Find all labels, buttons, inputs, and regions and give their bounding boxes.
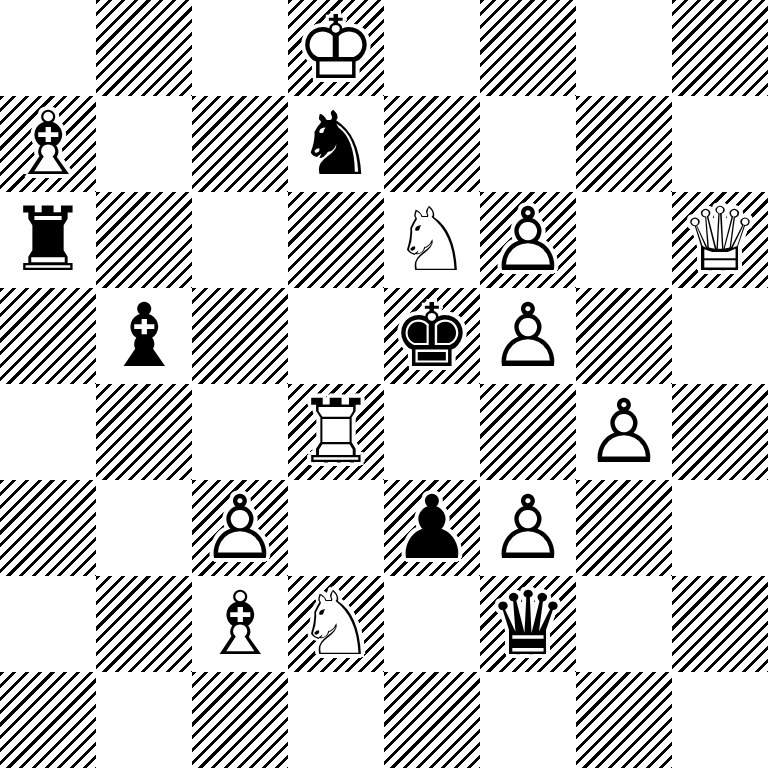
square-h8[interactable] bbox=[672, 0, 768, 96]
square-d6[interactable] bbox=[288, 192, 384, 288]
square-e3[interactable]: ♟♟ bbox=[384, 480, 480, 576]
square-f6[interactable]: ♟♙ bbox=[480, 192, 576, 288]
white-bishop-icon: ♗ bbox=[201, 576, 280, 672]
square-a8[interactable] bbox=[0, 0, 96, 96]
square-h3[interactable] bbox=[672, 480, 768, 576]
square-h4[interactable] bbox=[672, 384, 768, 480]
square-b5[interactable]: ♝♝ bbox=[96, 288, 192, 384]
square-f5[interactable]: ♟♙ bbox=[480, 288, 576, 384]
square-d7[interactable]: ♞♞ bbox=[288, 96, 384, 192]
square-b6[interactable] bbox=[96, 192, 192, 288]
square-f1[interactable] bbox=[480, 672, 576, 768]
black-king-e5: ♚♚ bbox=[384, 288, 480, 384]
square-d2[interactable]: ♞♘ bbox=[288, 576, 384, 672]
square-g5[interactable] bbox=[576, 288, 672, 384]
black-rook-icon: ♜ bbox=[9, 192, 88, 288]
square-g8[interactable] bbox=[576, 0, 672, 96]
square-e7[interactable] bbox=[384, 96, 480, 192]
square-a3[interactable] bbox=[0, 480, 96, 576]
square-g4[interactable]: ♟♙ bbox=[576, 384, 672, 480]
black-queen-f2: ♛♛ bbox=[480, 576, 576, 672]
square-b3[interactable] bbox=[96, 480, 192, 576]
white-queen-icon: ♕ bbox=[681, 192, 760, 288]
square-f7[interactable] bbox=[480, 96, 576, 192]
white-pawn-f6: ♟♙ bbox=[480, 192, 576, 288]
square-c7[interactable] bbox=[192, 96, 288, 192]
chess-board: ♚♔♝♗♞♞♜♜♞♘♟♙♛♕♝♝♚♚♟♙♜♖♟♙♟♙♟♟♟♙♝♗♞♘♛♛ bbox=[0, 0, 768, 768]
white-knight-e6: ♞♘ bbox=[384, 192, 480, 288]
black-bishop-icon: ♝ bbox=[105, 288, 184, 384]
square-d1[interactable] bbox=[288, 672, 384, 768]
white-knight-icon: ♘ bbox=[297, 576, 376, 672]
square-f2[interactable]: ♛♛ bbox=[480, 576, 576, 672]
square-b8[interactable] bbox=[96, 0, 192, 96]
square-f8[interactable] bbox=[480, 0, 576, 96]
square-g7[interactable] bbox=[576, 96, 672, 192]
square-c3[interactable]: ♟♙ bbox=[192, 480, 288, 576]
square-b4[interactable] bbox=[96, 384, 192, 480]
white-bishop-icon: ♗ bbox=[9, 96, 88, 192]
square-c8[interactable] bbox=[192, 0, 288, 96]
square-b7[interactable] bbox=[96, 96, 192, 192]
square-e1[interactable] bbox=[384, 672, 480, 768]
square-f4[interactable] bbox=[480, 384, 576, 480]
square-a5[interactable] bbox=[0, 288, 96, 384]
white-pawn-c3: ♟♙ bbox=[192, 480, 288, 576]
white-pawn-icon: ♙ bbox=[489, 480, 568, 576]
square-d5[interactable] bbox=[288, 288, 384, 384]
white-queen-h6: ♛♕ bbox=[672, 192, 768, 288]
white-pawn-g4: ♟♙ bbox=[576, 384, 672, 480]
square-a1[interactable] bbox=[0, 672, 96, 768]
square-a7[interactable]: ♝♗ bbox=[0, 96, 96, 192]
square-h5[interactable] bbox=[672, 288, 768, 384]
white-bishop-c2: ♝♗ bbox=[192, 576, 288, 672]
square-e8[interactable] bbox=[384, 0, 480, 96]
white-rook-d4: ♜♖ bbox=[288, 384, 384, 480]
white-bishop-a7: ♝♗ bbox=[0, 96, 96, 192]
square-d4[interactable]: ♜♖ bbox=[288, 384, 384, 480]
white-pawn-f3: ♟♙ bbox=[480, 480, 576, 576]
black-queen-icon: ♛ bbox=[489, 576, 568, 672]
white-knight-d2: ♞♘ bbox=[288, 576, 384, 672]
square-c1[interactable] bbox=[192, 672, 288, 768]
white-pawn-icon: ♙ bbox=[489, 192, 568, 288]
square-c2[interactable]: ♝♗ bbox=[192, 576, 288, 672]
black-pawn-icon: ♟ bbox=[393, 480, 472, 576]
black-knight-d7: ♞♞ bbox=[288, 96, 384, 192]
square-h7[interactable] bbox=[672, 96, 768, 192]
square-a2[interactable] bbox=[0, 576, 96, 672]
square-a4[interactable] bbox=[0, 384, 96, 480]
square-e6[interactable]: ♞♘ bbox=[384, 192, 480, 288]
square-f3[interactable]: ♟♙ bbox=[480, 480, 576, 576]
black-knight-icon: ♞ bbox=[297, 96, 376, 192]
black-pawn-e3: ♟♟ bbox=[384, 480, 480, 576]
black-rook-a6: ♜♜ bbox=[0, 192, 96, 288]
white-pawn-f5: ♟♙ bbox=[480, 288, 576, 384]
square-c4[interactable] bbox=[192, 384, 288, 480]
square-g6[interactable] bbox=[576, 192, 672, 288]
square-e5[interactable]: ♚♚ bbox=[384, 288, 480, 384]
square-g2[interactable] bbox=[576, 576, 672, 672]
black-king-icon: ♚ bbox=[393, 288, 472, 384]
white-king-d8: ♚♔ bbox=[288, 0, 384, 96]
white-rook-icon: ♖ bbox=[297, 384, 376, 480]
square-c6[interactable] bbox=[192, 192, 288, 288]
square-e4[interactable] bbox=[384, 384, 480, 480]
white-pawn-icon: ♙ bbox=[201, 480, 280, 576]
square-e2[interactable] bbox=[384, 576, 480, 672]
square-b1[interactable] bbox=[96, 672, 192, 768]
square-h6[interactable]: ♛♕ bbox=[672, 192, 768, 288]
square-d3[interactable] bbox=[288, 480, 384, 576]
square-h1[interactable] bbox=[672, 672, 768, 768]
square-g1[interactable] bbox=[576, 672, 672, 768]
square-h2[interactable] bbox=[672, 576, 768, 672]
square-a6[interactable]: ♜♜ bbox=[0, 192, 96, 288]
white-pawn-icon: ♙ bbox=[489, 288, 568, 384]
white-knight-icon: ♘ bbox=[393, 192, 472, 288]
white-pawn-icon: ♙ bbox=[585, 384, 664, 480]
square-b2[interactable] bbox=[96, 576, 192, 672]
square-c5[interactable] bbox=[192, 288, 288, 384]
black-bishop-b5: ♝♝ bbox=[96, 288, 192, 384]
square-d8[interactable]: ♚♔ bbox=[288, 0, 384, 96]
square-g3[interactable] bbox=[576, 480, 672, 576]
white-king-icon: ♔ bbox=[297, 0, 376, 96]
